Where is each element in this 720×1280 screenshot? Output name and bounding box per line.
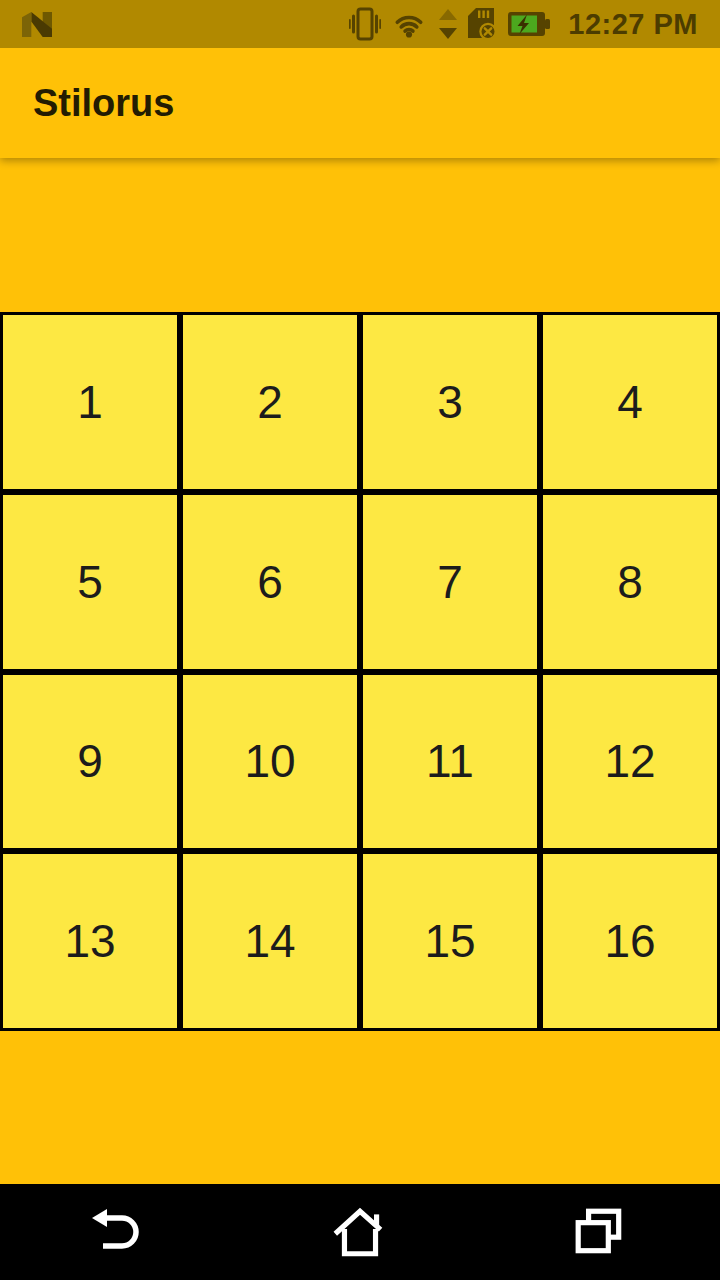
- nav-home-button[interactable]: [240, 1184, 480, 1280]
- grid-cell-10[interactable]: 10: [180, 672, 360, 852]
- status-icons-cluster: 12:27 PM: [349, 6, 698, 42]
- nougat-n-icon: [22, 12, 52, 37]
- grid-cell-1[interactable]: 1: [0, 312, 180, 492]
- vibrate-icon: [349, 6, 381, 42]
- grid-cell-12[interactable]: 12: [540, 672, 720, 852]
- grid-cell-16[interactable]: 16: [540, 851, 720, 1031]
- sd-card-error-icon: [468, 8, 496, 40]
- app-bar: Stilorus: [0, 48, 720, 158]
- grid-cell-11[interactable]: 11: [360, 672, 540, 852]
- grid-cell-14[interactable]: 14: [180, 851, 360, 1031]
- back-icon: [91, 1208, 149, 1256]
- grid-cell-15[interactable]: 15: [360, 851, 540, 1031]
- grid-cell-6[interactable]: 6: [180, 492, 360, 672]
- grid-cell-2[interactable]: 2: [180, 312, 360, 492]
- nav-back-button[interactable]: [0, 1184, 240, 1280]
- home-icon: [331, 1205, 389, 1259]
- grid-cell-7[interactable]: 7: [360, 492, 540, 672]
- grid-cell-9[interactable]: 9: [0, 672, 180, 852]
- status-bar: 12:27 PM: [0, 0, 720, 48]
- grid-cell-13[interactable]: 13: [0, 851, 180, 1031]
- status-clock: 12:27 PM: [568, 8, 698, 41]
- grid-cell-4[interactable]: 4: [540, 312, 720, 492]
- data-up-down-icon: [439, 9, 457, 39]
- number-grid: 12345678910111213141516: [0, 312, 720, 1031]
- wifi-icon: [392, 9, 428, 39]
- navigation-bar: [0, 1184, 720, 1280]
- grid-cell-8[interactable]: 8: [540, 492, 720, 672]
- battery-charging-icon: [507, 9, 551, 39]
- grid-cell-5[interactable]: 5: [0, 492, 180, 672]
- phone-screen: 12:27 PM Stilorus 1234567891011121314151…: [0, 0, 720, 1280]
- game-content: 12345678910111213141516: [0, 158, 720, 1184]
- grid-cell-3[interactable]: 3: [360, 312, 540, 492]
- recents-icon: [573, 1207, 627, 1257]
- nav-recents-button[interactable]: [480, 1184, 720, 1280]
- app-title: Stilorus: [33, 82, 174, 125]
